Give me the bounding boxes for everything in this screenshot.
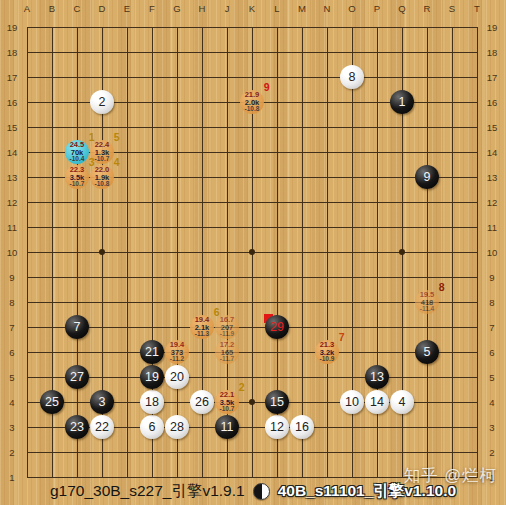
candidate-rank-label: 4: [114, 157, 120, 168]
stone-black-1: 1: [390, 90, 415, 115]
analysis-candidate-N6[interactable]: 21.33.2k-10.97: [315, 340, 340, 365]
black-stone: 13: [365, 365, 389, 389]
move-number: 27: [70, 371, 84, 384]
score-value: -10.7: [95, 156, 110, 163]
score-value: -10.8: [95, 181, 110, 188]
stone-white-18: 18: [140, 390, 165, 415]
candidate-rank-label: 1: [89, 132, 95, 143]
move-number: 21: [145, 346, 159, 359]
candidate-rank-label: 3: [89, 157, 95, 168]
score-value: -10.7: [70, 181, 85, 188]
black-stone: 1: [390, 90, 414, 114]
stone-white-26: 26: [190, 390, 215, 415]
candidate-rank-label: 2: [239, 382, 245, 393]
black-stone: 11: [215, 415, 239, 439]
score-value: -10.7: [220, 406, 235, 413]
stone-black-7: 7: [65, 315, 90, 340]
move-suggestion[interactable]: 22.33.5k-10.7: [65, 165, 89, 189]
black-stone: 29: [265, 315, 289, 339]
black-engine-label: g170_30B_s227_引擎v1.9.1: [50, 481, 245, 502]
white-stone: 16: [290, 415, 314, 439]
star-point: [240, 390, 265, 415]
analysis-candidate-J6[interactable]: 17.2165-11.7: [215, 340, 240, 365]
stone-black-19: 19: [140, 365, 165, 390]
move-number: 26: [195, 396, 209, 409]
best-move-suggestion[interactable]: 24.570k-10.4: [65, 140, 89, 164]
star-point-dot: [249, 249, 255, 255]
white-stone: 10: [340, 390, 364, 414]
black-stone: 9: [415, 165, 439, 189]
white-stone: 12: [265, 415, 289, 439]
white-stone: 14: [365, 390, 389, 414]
black-stone: 7: [65, 315, 89, 339]
move-suggestion[interactable]: 16.7207-11.9: [215, 315, 239, 339]
stone-black-9: 9: [415, 165, 440, 190]
white-stone: 20: [165, 365, 189, 389]
move-number: 19: [145, 371, 159, 384]
move-number: 29: [270, 321, 284, 334]
score-value: -10.4: [70, 156, 85, 163]
stone-white-22: 22: [90, 415, 115, 440]
stone-white-28: 28: [165, 415, 190, 440]
move-number: 9: [424, 171, 431, 184]
white-stone: 2: [90, 90, 114, 114]
stone-black-13: 13: [365, 365, 390, 390]
move-number: 28: [170, 421, 184, 434]
score-value: -11.3: [195, 331, 209, 338]
stone-black-27: 27: [65, 365, 90, 390]
move-number: 12: [270, 421, 284, 434]
move-number: 18: [145, 396, 159, 409]
move-suggestion[interactable]: 17.2165-11.7: [215, 340, 239, 364]
candidate-rank-label: 6: [214, 307, 220, 318]
star-point-dot: [399, 249, 405, 255]
move-number: 10: [345, 396, 359, 409]
move-number: 5: [424, 346, 431, 359]
stone-white-10: 10: [340, 390, 365, 415]
black-stone: 15: [265, 390, 289, 414]
score-value: -11.7: [220, 356, 234, 363]
star-point: [90, 240, 115, 265]
move-number: 13: [370, 371, 384, 384]
move-number: 6: [149, 421, 156, 434]
score-value: -11.4: [420, 306, 434, 313]
stone-white-6: 6: [140, 415, 165, 440]
stone-black-15: 15: [265, 390, 290, 415]
black-stone: 3: [90, 390, 114, 414]
star-point-dot: [99, 249, 105, 255]
score-value: -11.9: [220, 331, 234, 338]
move-suggestion[interactable]: 19.4373-11.2: [165, 340, 189, 364]
white-stone: 6: [140, 415, 164, 439]
analysis-candidate-J7[interactable]: 16.7207-11.9: [215, 315, 240, 340]
analysis-candidate-H7[interactable]: 19.42.1k-11.36: [190, 315, 215, 340]
white-stone: 8: [340, 65, 364, 89]
candidate-rank-label: 5: [114, 132, 120, 143]
move-number: 16: [295, 421, 309, 434]
move-number: 22: [95, 421, 109, 434]
move-number: 11: [221, 421, 234, 434]
stone-white-12: 12: [265, 415, 290, 440]
stone-black-25: 25: [40, 390, 65, 415]
move-suggestion[interactable]: 22.13.5k-10.7: [215, 390, 239, 414]
move-number: 4: [399, 396, 406, 409]
score-value: -10.8: [245, 106, 260, 113]
move-number: 20: [170, 371, 184, 384]
white-stone: 28: [165, 415, 189, 439]
move-number: 14: [370, 396, 384, 409]
stone-white-2: 2: [90, 90, 115, 115]
stone-black-5: 5: [415, 340, 440, 365]
move-number: 7: [74, 321, 81, 334]
move-suggestion[interactable]: 19.42.1k-11.3: [190, 315, 214, 339]
stone-white-16: 16: [290, 415, 315, 440]
move-number: 3: [99, 396, 106, 409]
move-suggestion[interactable]: 22.01.9k-10.8: [90, 165, 114, 189]
black-stone: 21: [140, 340, 164, 364]
watermark: 知乎 @烂柯: [404, 465, 497, 487]
score-value: -10.9: [320, 356, 335, 363]
analysis-candidate-K16[interactable]: 21.92.0k-10.89: [240, 90, 265, 115]
white-stone: 22: [90, 415, 114, 439]
move-suggestion[interactable]: 19.5418-11.4: [415, 290, 439, 314]
stone-white-20: 20: [165, 365, 190, 390]
stone-black-3: 3: [90, 390, 115, 415]
analysis-candidate-J4[interactable]: 22.13.5k-10.72: [215, 390, 240, 415]
move-suggestion[interactable]: 21.92.0k-10.8: [240, 90, 264, 114]
move-number: 2: [99, 96, 106, 109]
stone-black-29: 29: [265, 315, 290, 340]
black-stone: 5: [415, 340, 439, 364]
black-stone: 27: [65, 365, 89, 389]
move-number: 15: [270, 396, 284, 409]
stone-black-23: 23: [65, 415, 90, 440]
stone-black-11: 11: [215, 415, 240, 440]
score-value: -11.2: [170, 356, 184, 363]
candidate-rank-label: 7: [339, 332, 345, 343]
move-number: 25: [45, 396, 59, 409]
analysis-candidate-G6[interactable]: 19.4373-11.2: [165, 340, 190, 365]
move-number: 8: [349, 71, 356, 84]
stone-white-14: 14: [365, 390, 390, 415]
black-stone: 23: [65, 415, 89, 439]
analysis-candidate-D13[interactable]: 22.01.9k-10.84: [90, 165, 115, 190]
star-point-dot: [249, 399, 255, 405]
white-stone: 4: [390, 390, 414, 414]
stone-white-8: 8: [340, 65, 365, 90]
stone-black-21: 21: [140, 340, 165, 365]
analysis-candidate-C13[interactable]: 22.33.5k-10.73: [65, 165, 90, 190]
black-stone: 25: [40, 390, 64, 414]
go-analysis-app: ABCDEFGHJKLMNOPQRST 19181716151413121110…: [0, 0, 506, 505]
analysis-candidate-C14[interactable]: 24.570k-10.41: [65, 140, 90, 165]
black-white-stone-icon: [253, 483, 270, 500]
candidate-rank-label: 8: [439, 282, 445, 293]
analysis-candidate-R8[interactable]: 19.5418-11.48: [415, 290, 440, 315]
black-stone: 19: [140, 365, 164, 389]
star-point: [390, 240, 415, 265]
white-stone: 26: [190, 390, 214, 414]
white-stone: 18: [140, 390, 164, 414]
move-number: 23: [70, 421, 84, 434]
move-number: 1: [399, 96, 406, 109]
stone-white-4: 4: [390, 390, 415, 415]
go-board[interactable]: 1234567891011121314151618192021222325262…: [15, 15, 490, 490]
candidate-rank-label: 9: [264, 82, 270, 93]
move-suggestion[interactable]: 21.33.2k-10.9: [315, 340, 339, 364]
star-point: [240, 240, 265, 265]
